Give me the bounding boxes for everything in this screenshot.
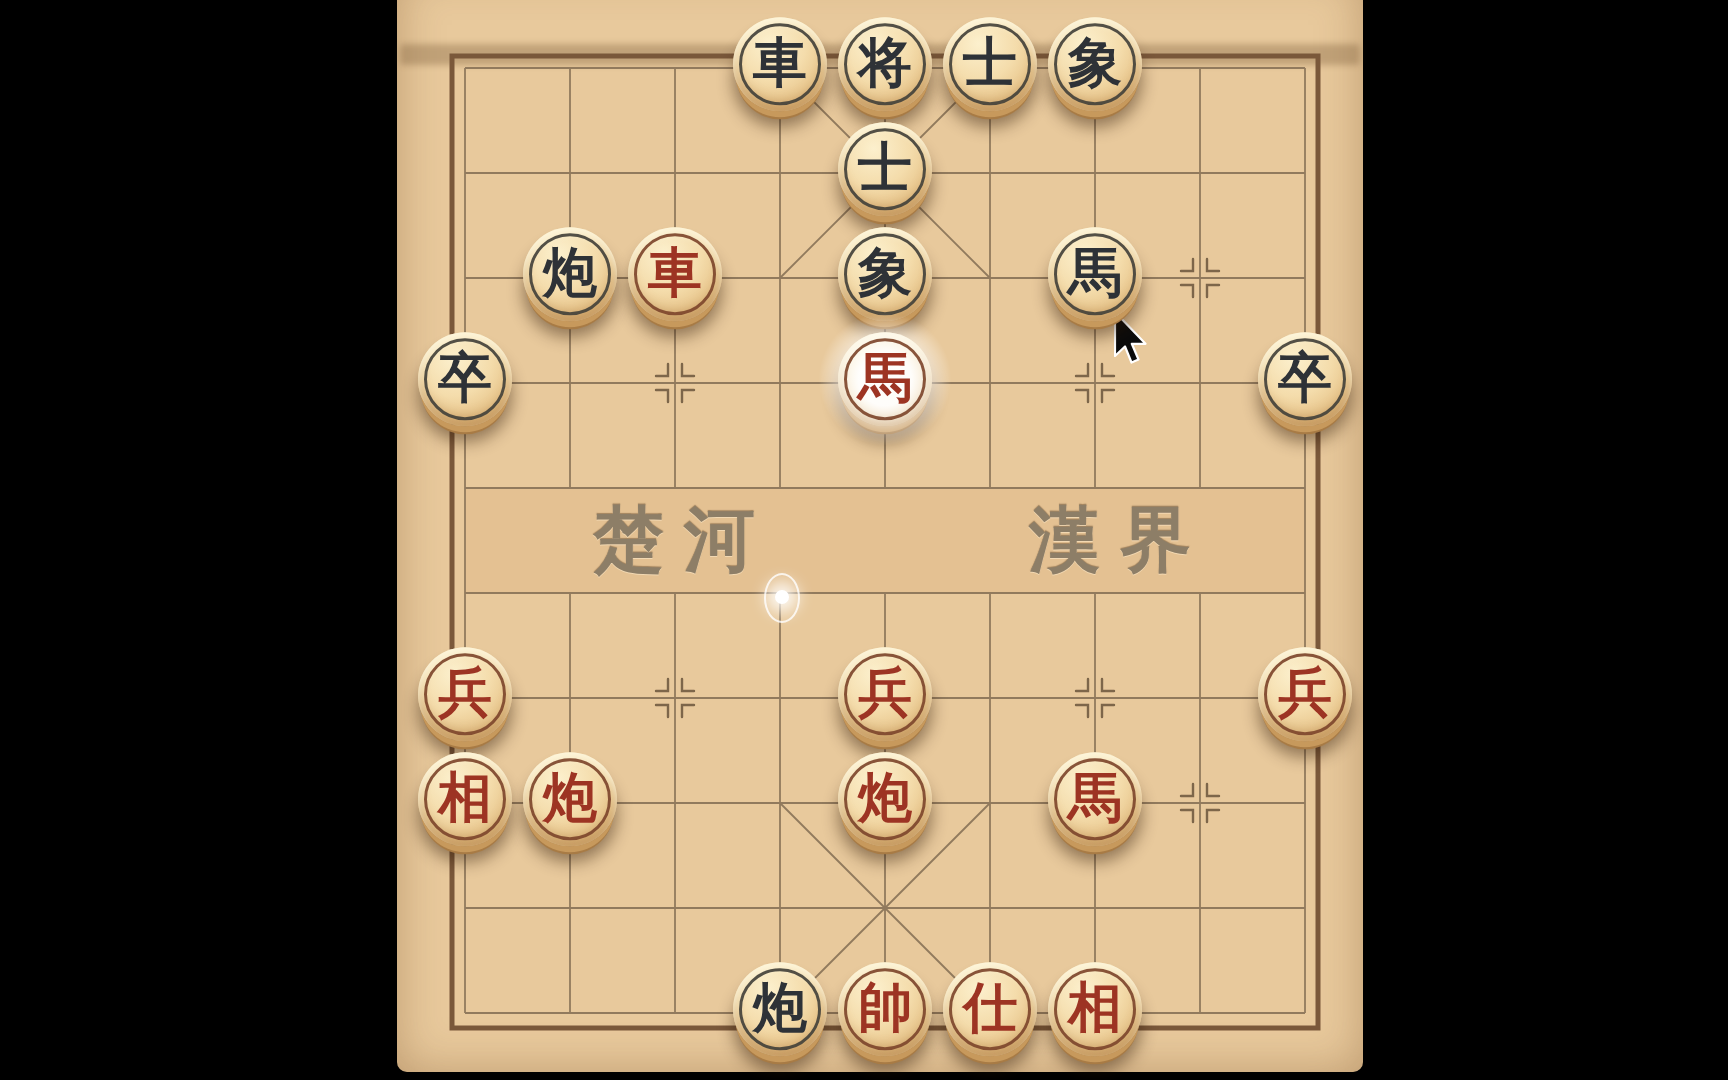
piece-glyph: 車 <box>628 227 722 321</box>
piece-black-advisor[interactable]: 士 <box>943 17 1037 111</box>
river-label-chu: 楚河 <box>593 493 775 588</box>
move-origin-dot <box>775 590 789 604</box>
piece-red-horse[interactable]: 馬 <box>1048 752 1142 846</box>
piece-red-cannon[interactable]: 炮 <box>523 752 617 846</box>
piece-glyph: 兵 <box>1258 647 1352 741</box>
piece-glyph: 兵 <box>838 647 932 741</box>
piece-glyph: 炮 <box>523 227 617 321</box>
piece-red-elephant[interactable]: 相 <box>1048 962 1142 1056</box>
piece-red-soldier[interactable]: 兵 <box>418 647 512 741</box>
piece-glyph: 馬 <box>1048 227 1142 321</box>
piece-red-chariot[interactable]: 車 <box>628 227 722 321</box>
piece-glyph: 車 <box>733 17 827 111</box>
piece-black-advisor[interactable]: 士 <box>838 122 932 216</box>
piece-black-elephant[interactable]: 象 <box>1048 17 1142 111</box>
piece-red-soldier[interactable]: 兵 <box>1258 647 1352 741</box>
piece-black-soldier[interactable]: 卒 <box>1258 332 1352 426</box>
piece-black-soldier[interactable]: 卒 <box>418 332 512 426</box>
piece-black-general[interactable]: 将 <box>838 17 932 111</box>
piece-black-cannon[interactable]: 炮 <box>523 227 617 321</box>
piece-black-elephant[interactable]: 象 <box>838 227 932 321</box>
piece-glyph: 象 <box>838 227 932 321</box>
piece-glyph: 士 <box>943 17 1037 111</box>
river-label-han: 漢界 <box>1009 493 1211 588</box>
piece-glyph: 炮 <box>733 962 827 1056</box>
piece-red-elephant[interactable]: 相 <box>418 752 512 846</box>
piece-glyph: 炮 <box>523 752 617 846</box>
piece-glyph: 相 <box>1048 962 1142 1056</box>
piece-glyph: 士 <box>838 122 932 216</box>
piece-glyph: 将 <box>838 17 932 111</box>
piece-glyph: 相 <box>418 752 512 846</box>
piece-black-chariot[interactable]: 車 <box>733 17 827 111</box>
xiangqi-app: 楚河 漢界 車将士象士炮車象馬卒馬卒兵兵兵相炮炮馬炮帥仕相 <box>0 0 1728 1080</box>
piece-red-soldier[interactable]: 兵 <box>838 647 932 741</box>
piece-red-general[interactable]: 帥 <box>838 962 932 1056</box>
piece-red-advisor[interactable]: 仕 <box>943 962 1037 1056</box>
piece-glyph: 炮 <box>838 752 932 846</box>
piece-red-horse[interactable]: 馬 <box>838 332 932 426</box>
piece-black-cannon[interactable]: 炮 <box>733 962 827 1056</box>
piece-glyph: 象 <box>1048 17 1142 111</box>
piece-glyph: 馬 <box>1048 752 1142 846</box>
piece-glyph: 卒 <box>418 332 512 426</box>
piece-glyph: 卒 <box>1258 332 1352 426</box>
piece-glyph: 仕 <box>943 962 1037 1056</box>
piece-black-horse[interactable]: 馬 <box>1048 227 1142 321</box>
piece-glyph: 兵 <box>418 647 512 741</box>
piece-red-cannon[interactable]: 炮 <box>838 752 932 846</box>
piece-glyph: 馬 <box>838 332 932 426</box>
piece-glyph: 帥 <box>838 962 932 1056</box>
